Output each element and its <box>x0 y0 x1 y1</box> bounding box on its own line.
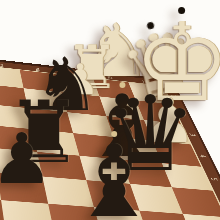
pieces-layer: ♞♜♛♟♚♞♟♝♜♛♟♝ <box>0 0 220 220</box>
piece-tip-dark <box>178 7 185 14</box>
chess-set-photo: ABCDEFGH 12345678 ♞♜♛♟♚♞♟♝♜♛♟♝ <box>0 0 220 220</box>
piece-black-pawn: ♟ <box>0 124 53 194</box>
piece-black-bishop: ♝ <box>69 132 159 220</box>
piece-tip-light <box>111 131 117 137</box>
